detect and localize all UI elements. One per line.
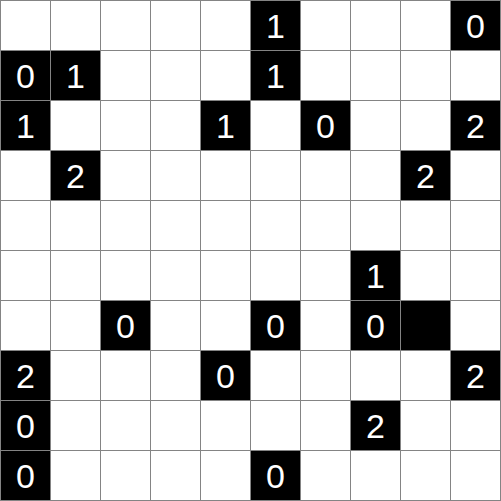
cell-r4c5[interactable] xyxy=(251,201,301,251)
cell-r8c1[interactable] xyxy=(51,401,101,451)
cell-r4c3[interactable] xyxy=(151,201,201,251)
cell-r0c3[interactable] xyxy=(151,1,201,51)
cell-r4c1[interactable] xyxy=(51,201,101,251)
cell-r6c0[interactable] xyxy=(1,301,51,351)
cell-r8c2[interactable] xyxy=(101,401,151,451)
cell-r4c4[interactable] xyxy=(201,201,251,251)
cell-r9c0: 0 xyxy=(1,451,51,501)
cell-r3c8: 2 xyxy=(401,151,451,201)
cell-r3c6[interactable] xyxy=(301,151,351,201)
cell-r0c2[interactable] xyxy=(101,1,151,51)
cell-r3c0[interactable] xyxy=(1,151,51,201)
clue-number: 1 xyxy=(266,9,285,43)
cell-r9c4[interactable] xyxy=(201,451,251,501)
cell-r7c5[interactable] xyxy=(251,351,301,401)
cell-r3c3[interactable] xyxy=(151,151,201,201)
clue-number: 2 xyxy=(466,109,485,143)
cell-r6c8 xyxy=(401,301,451,351)
cell-r5c1[interactable] xyxy=(51,251,101,301)
cell-r9c7[interactable] xyxy=(351,451,401,501)
cell-r2c8[interactable] xyxy=(401,101,451,151)
cell-r4c0[interactable] xyxy=(1,201,51,251)
cell-r2c0: 1 xyxy=(1,101,51,151)
cell-r1c6[interactable] xyxy=(301,51,351,101)
cell-r7c9: 2 xyxy=(451,351,501,401)
cell-r6c5: 0 xyxy=(251,301,301,351)
cell-r6c9[interactable] xyxy=(451,301,501,351)
cell-r3c5[interactable] xyxy=(251,151,301,201)
cell-r6c2: 0 xyxy=(101,301,151,351)
clue-number: 0 xyxy=(16,409,35,443)
cell-r1c0: 0 xyxy=(1,51,51,101)
cell-r4c7[interactable] xyxy=(351,201,401,251)
cell-r8c6[interactable] xyxy=(301,401,351,451)
cell-r5c2[interactable] xyxy=(101,251,151,301)
cell-r5c0[interactable] xyxy=(1,251,51,301)
cell-r3c1: 2 xyxy=(51,151,101,201)
cell-r8c3[interactable] xyxy=(151,401,201,451)
cell-r8c8[interactable] xyxy=(401,401,451,451)
cell-r9c3[interactable] xyxy=(151,451,201,501)
cell-r1c3[interactable] xyxy=(151,51,201,101)
clue-number: 2 xyxy=(66,159,85,193)
cell-r4c9[interactable] xyxy=(451,201,501,251)
clue-number: 0 xyxy=(266,309,285,343)
cell-r7c8[interactable] xyxy=(401,351,451,401)
clue-number: 0 xyxy=(216,359,235,393)
cell-r7c4: 0 xyxy=(201,351,251,401)
cell-r0c4[interactable] xyxy=(201,1,251,51)
cell-r3c9[interactable] xyxy=(451,151,501,201)
cell-r0c9: 0 xyxy=(451,1,501,51)
cell-r7c0: 2 xyxy=(1,351,51,401)
cell-r5c5[interactable] xyxy=(251,251,301,301)
cell-r7c2[interactable] xyxy=(101,351,151,401)
cell-r1c5: 1 xyxy=(251,51,301,101)
clue-number: 0 xyxy=(316,109,335,143)
clue-number: 1 xyxy=(266,59,285,93)
cell-r8c4[interactable] xyxy=(201,401,251,451)
clue-number: 2 xyxy=(466,359,485,393)
clue-number: 0 xyxy=(266,459,285,493)
cell-r8c7: 2 xyxy=(351,401,401,451)
cell-r0c6[interactable] xyxy=(301,1,351,51)
cell-r1c1: 1 xyxy=(51,51,101,101)
cell-r1c4[interactable] xyxy=(201,51,251,101)
board: 1001111022210002020200 xyxy=(0,0,501,501)
cell-r4c8[interactable] xyxy=(401,201,451,251)
cell-r5c6[interactable] xyxy=(301,251,351,301)
cell-r2c5[interactable] xyxy=(251,101,301,151)
clue-number: 0 xyxy=(116,309,135,343)
cell-r1c9[interactable] xyxy=(451,51,501,101)
cell-r4c2[interactable] xyxy=(101,201,151,251)
cell-r5c9[interactable] xyxy=(451,251,501,301)
cell-r8c9[interactable] xyxy=(451,401,501,451)
cell-r7c7[interactable] xyxy=(351,351,401,401)
clue-number: 0 xyxy=(366,309,385,343)
cell-r8c0: 0 xyxy=(1,401,51,451)
cell-r5c4[interactable] xyxy=(201,251,251,301)
cell-r6c3[interactable] xyxy=(151,301,201,351)
cell-r2c3[interactable] xyxy=(151,101,201,151)
cell-r0c5: 1 xyxy=(251,1,301,51)
clue-number: 0 xyxy=(16,459,35,493)
cell-r9c6[interactable] xyxy=(301,451,351,501)
clue-number: 2 xyxy=(16,359,35,393)
cell-r0c1[interactable] xyxy=(51,1,101,51)
cell-r4c6[interactable] xyxy=(301,201,351,251)
cell-r2c4: 1 xyxy=(201,101,251,151)
cell-r2c6: 0 xyxy=(301,101,351,151)
cell-r6c4[interactable] xyxy=(201,301,251,351)
cell-r6c6[interactable] xyxy=(301,301,351,351)
clue-number: 0 xyxy=(466,9,485,43)
cell-r5c3[interactable] xyxy=(151,251,201,301)
cell-r7c6[interactable] xyxy=(301,351,351,401)
cell-r0c7[interactable] xyxy=(351,1,401,51)
cell-r3c7[interactable] xyxy=(351,151,401,201)
cell-r6c7: 0 xyxy=(351,301,401,351)
cell-r1c2[interactable] xyxy=(101,51,151,101)
cell-r7c3[interactable] xyxy=(151,351,201,401)
clue-number: 1 xyxy=(66,59,85,93)
clue-number: 1 xyxy=(216,109,235,143)
clue-number: 1 xyxy=(366,259,385,293)
cell-r5c8[interactable] xyxy=(401,251,451,301)
cell-r3c2[interactable] xyxy=(101,151,151,201)
cell-r3c4[interactable] xyxy=(201,151,251,201)
cell-r1c7[interactable] xyxy=(351,51,401,101)
cell-r9c2[interactable] xyxy=(101,451,151,501)
cell-r9c9[interactable] xyxy=(451,451,501,501)
cell-r9c1[interactable] xyxy=(51,451,101,501)
cell-r2c9: 2 xyxy=(451,101,501,151)
clue-number: 1 xyxy=(16,109,35,143)
cell-r1c8[interactable] xyxy=(401,51,451,101)
clue-number: 2 xyxy=(366,409,385,443)
clue-number: 0 xyxy=(16,59,35,93)
cell-r0c0[interactable] xyxy=(1,1,51,51)
cell-r2c2[interactable] xyxy=(101,101,151,151)
cell-r7c1[interactable] xyxy=(51,351,101,401)
cell-r2c1[interactable] xyxy=(51,101,101,151)
cell-r9c8[interactable] xyxy=(401,451,451,501)
cell-r5c7: 1 xyxy=(351,251,401,301)
clue-number: 2 xyxy=(416,159,435,193)
cell-r0c8[interactable] xyxy=(401,1,451,51)
cell-r6c1[interactable] xyxy=(51,301,101,351)
cell-r8c5[interactable] xyxy=(251,401,301,451)
cell-r9c5: 0 xyxy=(251,451,301,501)
cell-r2c7[interactable] xyxy=(351,101,401,151)
